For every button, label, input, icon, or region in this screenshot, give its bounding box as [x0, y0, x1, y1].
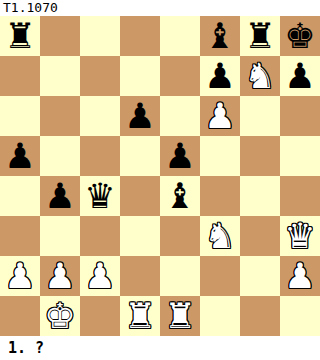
- white-pawn[interactable]: ♟: [84, 256, 115, 296]
- black-pawn[interactable]: ♟: [204, 56, 235, 96]
- black-pawn[interactable]: ♟: [44, 176, 75, 216]
- square-f1[interactable]: [200, 296, 240, 336]
- square-g5[interactable]: [240, 136, 280, 176]
- move-prompt-bar: 1. ?: [0, 336, 320, 360]
- square-h8[interactable]: ♚: [280, 16, 320, 56]
- black-pawn[interactable]: ♟: [4, 136, 35, 176]
- square-h2[interactable]: ♟: [280, 256, 320, 296]
- square-a4[interactable]: [0, 176, 40, 216]
- square-g4[interactable]: [240, 176, 280, 216]
- black-pawn[interactable]: ♟: [124, 96, 155, 136]
- white-pawn[interactable]: ♟: [204, 96, 235, 136]
- square-a5[interactable]: ♟: [0, 136, 40, 176]
- black-pawn[interactable]: ♟: [284, 56, 315, 96]
- black-rook[interactable]: ♜: [4, 16, 35, 56]
- square-h7[interactable]: ♟: [280, 56, 320, 96]
- square-h1[interactable]: [280, 296, 320, 336]
- black-queen[interactable]: ♛: [84, 176, 115, 216]
- square-e7[interactable]: [160, 56, 200, 96]
- square-a8[interactable]: ♜: [0, 16, 40, 56]
- square-f7[interactable]: ♟: [200, 56, 240, 96]
- square-b6[interactable]: [40, 96, 80, 136]
- square-f6[interactable]: ♟: [200, 96, 240, 136]
- square-b7[interactable]: [40, 56, 80, 96]
- square-g7[interactable]: ♞: [240, 56, 280, 96]
- black-king[interactable]: ♚: [284, 16, 315, 56]
- puzzle-id: T1.1070: [3, 1, 58, 15]
- square-e4[interactable]: ♝: [160, 176, 200, 216]
- white-pawn[interactable]: ♟: [284, 256, 315, 296]
- square-g2[interactable]: [240, 256, 280, 296]
- white-knight[interactable]: ♞: [244, 56, 275, 96]
- square-b3[interactable]: [40, 216, 80, 256]
- chess-board: ♜♝♜♚♟♞♟♟♟♟♟♟♛♝♞♛♟♟♟♟♚♜♜: [0, 16, 320, 336]
- puzzle-title-bar: T1.1070: [0, 0, 320, 16]
- square-b4[interactable]: ♟: [40, 176, 80, 216]
- square-e5[interactable]: ♟: [160, 136, 200, 176]
- white-queen[interactable]: ♛: [284, 216, 315, 256]
- square-g3[interactable]: [240, 216, 280, 256]
- white-rook[interactable]: ♜: [124, 296, 155, 336]
- square-h5[interactable]: [280, 136, 320, 176]
- square-b2[interactable]: ♟: [40, 256, 80, 296]
- square-f8[interactable]: ♝: [200, 16, 240, 56]
- white-pawn[interactable]: ♟: [4, 256, 35, 296]
- square-h6[interactable]: [280, 96, 320, 136]
- square-c3[interactable]: [80, 216, 120, 256]
- square-e2[interactable]: [160, 256, 200, 296]
- square-e1[interactable]: ♜: [160, 296, 200, 336]
- square-d7[interactable]: [120, 56, 160, 96]
- square-a7[interactable]: [0, 56, 40, 96]
- square-b8[interactable]: [40, 16, 80, 56]
- square-d5[interactable]: [120, 136, 160, 176]
- square-f4[interactable]: [200, 176, 240, 216]
- square-b5[interactable]: [40, 136, 80, 176]
- white-pawn[interactable]: ♟: [44, 256, 75, 296]
- black-rook[interactable]: ♜: [244, 16, 275, 56]
- chess-app-window: T1.1070 ♜♝♜♚♟♞♟♟♟♟♟♟♛♝♞♛♟♟♟♟♚♜♜ 1. ?: [0, 0, 320, 360]
- square-d4[interactable]: [120, 176, 160, 216]
- square-g6[interactable]: [240, 96, 280, 136]
- square-e6[interactable]: [160, 96, 200, 136]
- square-h4[interactable]: [280, 176, 320, 216]
- white-knight[interactable]: ♞: [204, 216, 235, 256]
- black-bishop[interactable]: ♝: [164, 176, 195, 216]
- square-c2[interactable]: ♟: [80, 256, 120, 296]
- square-c7[interactable]: [80, 56, 120, 96]
- square-f5[interactable]: [200, 136, 240, 176]
- square-d8[interactable]: [120, 16, 160, 56]
- square-e3[interactable]: [160, 216, 200, 256]
- square-a3[interactable]: [0, 216, 40, 256]
- square-d1[interactable]: ♜: [120, 296, 160, 336]
- black-bishop[interactable]: ♝: [204, 16, 235, 56]
- white-king[interactable]: ♚: [44, 296, 75, 336]
- white-rook[interactable]: ♜: [164, 296, 195, 336]
- black-pawn[interactable]: ♟: [164, 136, 195, 176]
- move-prompt: 1. ?: [8, 339, 44, 357]
- square-a6[interactable]: [0, 96, 40, 136]
- square-g8[interactable]: ♜: [240, 16, 280, 56]
- square-g1[interactable]: [240, 296, 280, 336]
- square-c1[interactable]: [80, 296, 120, 336]
- square-c4[interactable]: ♛: [80, 176, 120, 216]
- square-e8[interactable]: [160, 16, 200, 56]
- square-d2[interactable]: [120, 256, 160, 296]
- square-a1[interactable]: [0, 296, 40, 336]
- square-b1[interactable]: ♚: [40, 296, 80, 336]
- square-a2[interactable]: ♟: [0, 256, 40, 296]
- square-f3[interactable]: ♞: [200, 216, 240, 256]
- square-c5[interactable]: [80, 136, 120, 176]
- square-d6[interactable]: ♟: [120, 96, 160, 136]
- square-c6[interactable]: [80, 96, 120, 136]
- square-c8[interactable]: [80, 16, 120, 56]
- square-d3[interactable]: [120, 216, 160, 256]
- square-f2[interactable]: [200, 256, 240, 296]
- square-h3[interactable]: ♛: [280, 216, 320, 256]
